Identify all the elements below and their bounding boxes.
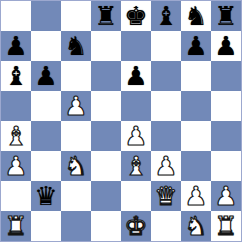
piece-black-pawn[interactable]: ♟ [214,31,237,61]
square-e3[interactable]: ♝ [121,151,151,181]
square-d6[interactable] [91,61,121,91]
piece-white-pawn[interactable]: ♟ [154,151,177,181]
piece-white-knight[interactable]: ♞ [64,151,87,181]
square-h2[interactable]: ♟ [211,181,241,211]
piece-black-bishop[interactable]: ♝ [4,61,27,91]
square-f8[interactable]: ♝ [151,1,181,31]
square-f7[interactable] [151,31,181,61]
square-c6[interactable] [61,61,91,91]
square-e1[interactable]: ♚ [121,211,151,241]
chess-board: ♜♚♝♞♜♟♞♟♟♝♟♟♟♝♟♟♞♝♟♛♛♟♟♜♚♞♜ [0,0,242,242]
piece-black-king[interactable]: ♚ [124,1,147,31]
square-c5[interactable]: ♟ [61,91,91,121]
square-f3[interactable]: ♟ [151,151,181,181]
piece-white-rook[interactable]: ♜ [214,211,237,241]
square-h7[interactable]: ♟ [211,31,241,61]
square-b5[interactable] [31,91,61,121]
square-d5[interactable] [91,91,121,121]
square-a2[interactable] [1,181,31,211]
square-g8[interactable]: ♞ [181,1,211,31]
piece-white-pawn[interactable]: ♟ [214,181,237,211]
square-g4[interactable] [181,121,211,151]
square-e8[interactable]: ♚ [121,1,151,31]
piece-white-pawn[interactable]: ♟ [124,121,147,151]
square-b8[interactable] [31,1,61,31]
piece-white-rook[interactable]: ♜ [4,211,27,241]
square-d7[interactable] [91,31,121,61]
square-h4[interactable] [211,121,241,151]
piece-black-bishop[interactable]: ♝ [154,1,177,31]
piece-white-pawn[interactable]: ♟ [64,91,87,121]
square-b7[interactable] [31,31,61,61]
piece-white-pawn[interactable]: ♟ [184,181,207,211]
square-a3[interactable]: ♟ [1,151,31,181]
piece-white-bishop[interactable]: ♝ [124,151,147,181]
square-e7[interactable] [121,31,151,61]
square-b3[interactable] [31,151,61,181]
square-b6[interactable]: ♟ [31,61,61,91]
piece-white-king[interactable]: ♚ [124,211,147,241]
square-d4[interactable] [91,121,121,151]
piece-black-pawn[interactable]: ♟ [184,31,207,61]
piece-black-queen[interactable]: ♛ [34,181,57,211]
square-a6[interactable]: ♝ [1,61,31,91]
piece-white-queen[interactable]: ♛ [154,181,177,211]
piece-black-knight[interactable]: ♞ [64,31,87,61]
piece-black-rook[interactable]: ♜ [94,1,117,31]
piece-black-pawn[interactable]: ♟ [34,61,57,91]
square-d2[interactable] [91,181,121,211]
piece-black-knight[interactable]: ♞ [184,1,207,31]
square-d1[interactable] [91,211,121,241]
square-c1[interactable] [61,211,91,241]
piece-white-knight[interactable]: ♞ [184,211,207,241]
square-b1[interactable] [31,211,61,241]
square-a7[interactable]: ♟ [1,31,31,61]
piece-black-rook[interactable]: ♜ [214,1,237,31]
piece-white-pawn[interactable]: ♟ [4,151,27,181]
square-f1[interactable] [151,211,181,241]
square-c8[interactable] [61,1,91,31]
square-h5[interactable] [211,91,241,121]
square-c7[interactable]: ♞ [61,31,91,61]
square-c2[interactable] [61,181,91,211]
square-f6[interactable] [151,61,181,91]
square-e5[interactable] [121,91,151,121]
square-c4[interactable] [61,121,91,151]
piece-black-pawn[interactable]: ♟ [4,31,27,61]
square-g3[interactable] [181,151,211,181]
square-g2[interactable]: ♟ [181,181,211,211]
square-g6[interactable] [181,61,211,91]
square-g7[interactable]: ♟ [181,31,211,61]
square-h3[interactable] [211,151,241,181]
square-d3[interactable] [91,151,121,181]
square-h8[interactable]: ♜ [211,1,241,31]
square-f2[interactable]: ♛ [151,181,181,211]
square-b2[interactable]: ♛ [31,181,61,211]
square-a4[interactable]: ♝ [1,121,31,151]
square-h1[interactable]: ♜ [211,211,241,241]
square-f5[interactable] [151,91,181,121]
square-a8[interactable] [1,1,31,31]
square-e6[interactable]: ♟ [121,61,151,91]
piece-black-pawn[interactable]: ♟ [124,61,147,91]
square-g5[interactable] [181,91,211,121]
square-d8[interactable]: ♜ [91,1,121,31]
square-e2[interactable] [121,181,151,211]
piece-white-bishop[interactable]: ♝ [4,121,27,151]
square-f4[interactable] [151,121,181,151]
square-a1[interactable]: ♜ [1,211,31,241]
square-b4[interactable] [31,121,61,151]
square-h6[interactable] [211,61,241,91]
square-a5[interactable] [1,91,31,121]
square-e4[interactable]: ♟ [121,121,151,151]
square-g1[interactable]: ♞ [181,211,211,241]
square-c3[interactable]: ♞ [61,151,91,181]
